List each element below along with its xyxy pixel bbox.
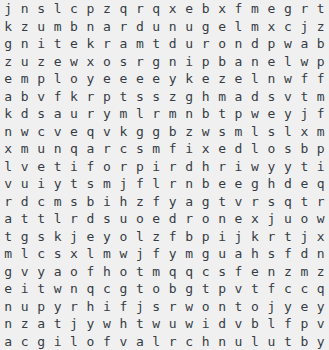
grid-cell[interactable]: f xyxy=(82,263,98,281)
grid-cell[interactable]: o xyxy=(263,140,279,158)
grid-cell[interactable]: y xyxy=(49,175,65,193)
grid-cell[interactable]: b xyxy=(197,0,213,18)
grid-cell[interactable]: c xyxy=(197,263,213,281)
grid-cell[interactable]: u xyxy=(230,333,246,350)
grid-cell[interactable]: t xyxy=(115,88,131,106)
grid-cell[interactable]: g xyxy=(247,175,263,193)
grid-cell[interactable]: s xyxy=(99,210,115,228)
grid-cell[interactable]: p xyxy=(313,53,329,71)
grid-cell[interactable]: f xyxy=(296,70,312,88)
grid-cell[interactable]: m xyxy=(99,245,115,263)
grid-cell[interactable]: y xyxy=(313,298,329,316)
grid-cell[interactable]: e xyxy=(230,210,246,228)
grid-cell[interactable]: p xyxy=(214,280,230,298)
grid-cell[interactable]: i xyxy=(197,315,213,333)
grid-cell[interactable]: e xyxy=(230,175,246,193)
grid-cell[interactable]: s xyxy=(280,140,296,158)
grid-cell[interactable]: t xyxy=(0,228,16,246)
grid-cell[interactable]: q xyxy=(82,280,98,298)
grid-cell[interactable]: e xyxy=(148,70,164,88)
grid-cell[interactable]: v xyxy=(33,88,49,106)
grid-cell[interactable]: x xyxy=(263,18,279,36)
grid-cell[interactable]: o xyxy=(66,70,82,88)
grid-cell[interactable]: e xyxy=(263,105,279,123)
grid-cell[interactable]: f xyxy=(313,70,329,88)
grid-cell[interactable]: o xyxy=(296,210,312,228)
grid-cell[interactable]: h xyxy=(197,333,213,350)
grid-cell[interactable]: a xyxy=(0,88,16,106)
grid-cell[interactable]: e xyxy=(148,210,164,228)
grid-cell[interactable]: k xyxy=(247,228,263,246)
grid-cell[interactable]: a xyxy=(0,210,16,228)
grid-cell[interactable]: e xyxy=(214,140,230,158)
grid-cell[interactable]: v xyxy=(280,88,296,106)
grid-cell[interactable]: o xyxy=(148,280,164,298)
grid-cell[interactable]: o xyxy=(132,210,148,228)
grid-cell[interactable]: r xyxy=(99,35,115,53)
grid-cell[interactable]: r xyxy=(115,158,131,176)
grid-cell[interactable]: r xyxy=(296,0,312,18)
grid-cell[interactable]: a xyxy=(296,35,312,53)
grid-cell[interactable]: o xyxy=(197,210,213,228)
grid-cell[interactable]: q xyxy=(313,175,329,193)
grid-cell[interactable]: i xyxy=(16,280,32,298)
grid-cell[interactable]: i xyxy=(66,158,82,176)
grid-cell[interactable]: z xyxy=(33,53,49,71)
grid-cell[interactable]: y xyxy=(280,105,296,123)
grid-cell[interactable]: c xyxy=(99,280,115,298)
grid-cell[interactable]: s xyxy=(148,88,164,106)
grid-cell[interactable]: r xyxy=(82,88,98,106)
grid-cell[interactable]: b xyxy=(296,333,312,350)
grid-cell[interactable]: k xyxy=(82,35,98,53)
grid-cell[interactable]: f xyxy=(230,263,246,281)
grid-cell[interactable]: m xyxy=(181,245,197,263)
grid-cell[interactable]: q xyxy=(313,280,329,298)
grid-cell[interactable]: h xyxy=(99,263,115,281)
grid-cell[interactable]: v xyxy=(99,123,115,141)
grid-cell[interactable]: u xyxy=(33,140,49,158)
grid-cell[interactable]: r xyxy=(82,105,98,123)
grid-cell[interactable]: j xyxy=(263,210,279,228)
grid-cell[interactable]: g xyxy=(16,228,32,246)
grid-cell[interactable]: d xyxy=(82,210,98,228)
grid-cell[interactable]: z xyxy=(16,18,32,36)
grid-cell[interactable]: f xyxy=(132,175,148,193)
grid-cell[interactable]: r xyxy=(66,298,82,316)
grid-cell[interactable]: x xyxy=(313,228,329,246)
grid-cell[interactable]: m xyxy=(16,70,32,88)
grid-cell[interactable]: t xyxy=(49,315,65,333)
grid-cell[interactable]: o xyxy=(115,228,131,246)
grid-cell[interactable]: f xyxy=(230,0,246,18)
grid-cell[interactable]: t xyxy=(16,210,32,228)
grid-cell[interactable]: q xyxy=(82,123,98,141)
grid-cell[interactable]: d xyxy=(165,35,181,53)
grid-cell[interactable]: m xyxy=(313,123,329,141)
grid-cell[interactable]: r xyxy=(115,18,131,36)
grid-cell[interactable]: h xyxy=(247,245,263,263)
grid-cell[interactable]: v xyxy=(230,193,246,211)
grid-cell[interactable]: o xyxy=(197,298,213,316)
grid-cell[interactable]: y xyxy=(165,70,181,88)
grid-cell[interactable]: w xyxy=(247,105,263,123)
grid-cell[interactable]: r xyxy=(197,35,213,53)
grid-cell[interactable]: y xyxy=(263,158,279,176)
grid-cell[interactable]: g xyxy=(148,123,164,141)
grid-cell[interactable]: d xyxy=(132,18,148,36)
grid-cell[interactable]: u xyxy=(280,210,296,228)
grid-cell[interactable]: h xyxy=(115,193,131,211)
grid-cell[interactable]: e xyxy=(263,0,279,18)
grid-cell[interactable]: d xyxy=(296,245,312,263)
grid-cell[interactable]: o xyxy=(214,35,230,53)
grid-cell[interactable]: t xyxy=(280,333,296,350)
grid-cell[interactable]: n xyxy=(0,123,16,141)
grid-cell[interactable]: m xyxy=(0,245,16,263)
grid-cell[interactable]: r xyxy=(99,140,115,158)
grid-cell[interactable]: p xyxy=(197,53,213,71)
grid-cell[interactable]: j xyxy=(263,298,279,316)
grid-cell[interactable]: r xyxy=(263,228,279,246)
grid-cell[interactable]: f xyxy=(263,280,279,298)
grid-cell[interactable]: c xyxy=(66,0,82,18)
grid-cell[interactable]: w xyxy=(313,210,329,228)
grid-cell[interactable]: s xyxy=(132,140,148,158)
grid-cell[interactable]: a xyxy=(49,263,65,281)
grid-cell[interactable]: t xyxy=(197,280,213,298)
grid-cell[interactable]: i xyxy=(181,53,197,71)
grid-cell[interactable]: e xyxy=(49,53,65,71)
grid-cell[interactable]: m xyxy=(49,18,65,36)
grid-cell[interactable]: r xyxy=(247,193,263,211)
grid-cell[interactable]: t xyxy=(49,35,65,53)
grid-cell[interactable]: t xyxy=(49,158,65,176)
grid-cell[interactable]: e xyxy=(115,70,131,88)
grid-cell[interactable]: a xyxy=(33,315,49,333)
grid-cell[interactable]: y xyxy=(165,193,181,211)
grid-cell[interactable]: e xyxy=(230,70,246,88)
grid-cell[interactable]: h xyxy=(263,175,279,193)
grid-cell[interactable]: h xyxy=(115,315,131,333)
grid-cell[interactable]: n xyxy=(0,315,16,333)
grid-cell[interactable]: d xyxy=(16,193,32,211)
grid-cell[interactable]: h xyxy=(82,298,98,316)
grid-cell[interactable]: s xyxy=(214,263,230,281)
grid-cell[interactable]: b xyxy=(82,193,98,211)
grid-cell[interactable]: h xyxy=(197,158,213,176)
grid-cell[interactable]: f xyxy=(165,140,181,158)
grid-cell[interactable]: n xyxy=(263,70,279,88)
grid-cell[interactable]: o xyxy=(115,263,131,281)
grid-cell[interactable]: r xyxy=(66,210,82,228)
grid-cell[interactable]: r xyxy=(132,0,148,18)
grid-cell[interactable]: m xyxy=(214,88,230,106)
grid-cell[interactable]: l xyxy=(16,245,32,263)
grid-cell[interactable]: g xyxy=(197,245,213,263)
grid-cell[interactable]: v xyxy=(16,158,32,176)
grid-cell[interactable]: m xyxy=(148,263,164,281)
grid-cell[interactable]: c xyxy=(296,280,312,298)
grid-cell[interactable]: s xyxy=(115,53,131,71)
grid-cell[interactable]: n xyxy=(214,298,230,316)
grid-cell[interactable]: u xyxy=(181,35,197,53)
grid-cell[interactable]: e xyxy=(82,228,98,246)
grid-cell[interactable]: o xyxy=(82,333,98,350)
grid-cell[interactable]: t xyxy=(33,280,49,298)
grid-cell[interactable]: m xyxy=(148,140,164,158)
grid-cell[interactable]: b xyxy=(214,53,230,71)
grid-cell[interactable]: z xyxy=(313,263,329,281)
grid-cell[interactable]: n xyxy=(313,245,329,263)
grid-cell[interactable]: u xyxy=(115,210,131,228)
grid-cell[interactable]: p xyxy=(296,315,312,333)
grid-cell[interactable]: n xyxy=(247,53,263,71)
grid-cell[interactable]: c xyxy=(33,245,49,263)
grid-cell[interactable]: p xyxy=(313,140,329,158)
grid-cell[interactable]: u xyxy=(16,175,32,193)
grid-cell[interactable]: l xyxy=(0,158,16,176)
grid-cell[interactable]: n xyxy=(16,35,32,53)
grid-cell[interactable]: z xyxy=(148,228,164,246)
grid-cell[interactable]: o xyxy=(99,158,115,176)
grid-cell[interactable]: m xyxy=(49,193,65,211)
grid-cell[interactable]: n xyxy=(181,175,197,193)
grid-cell[interactable]: h xyxy=(197,88,213,106)
grid-cell[interactable]: y xyxy=(82,70,98,88)
grid-cell[interactable]: t xyxy=(132,280,148,298)
grid-cell[interactable]: a xyxy=(181,193,197,211)
grid-cell[interactable]: e xyxy=(66,35,82,53)
grid-cell[interactable]: u xyxy=(16,53,32,71)
grid-cell[interactable]: n xyxy=(0,298,16,316)
grid-cell[interactable]: x xyxy=(247,210,263,228)
grid-cell[interactable]: u xyxy=(165,315,181,333)
grid-cell[interactable]: e xyxy=(181,0,197,18)
grid-cell[interactable]: d xyxy=(165,210,181,228)
grid-cell[interactable]: r xyxy=(132,53,148,71)
grid-cell[interactable]: t xyxy=(132,263,148,281)
grid-cell[interactable]: n xyxy=(230,35,246,53)
grid-cell[interactable]: e xyxy=(132,70,148,88)
grid-cell[interactable]: g xyxy=(115,280,131,298)
grid-cell[interactable]: l xyxy=(132,228,148,246)
grid-cell[interactable]: a xyxy=(132,333,148,350)
grid-cell[interactable]: v xyxy=(0,175,16,193)
grid-cell[interactable]: d xyxy=(214,315,230,333)
grid-cell[interactable]: u xyxy=(263,333,279,350)
grid-cell[interactable]: w xyxy=(99,315,115,333)
grid-cell[interactable]: l xyxy=(263,315,279,333)
grid-cell[interactable]: z xyxy=(132,193,148,211)
grid-cell[interactable]: o xyxy=(99,53,115,71)
grid-cell[interactable]: i xyxy=(181,140,197,158)
grid-cell[interactable]: l xyxy=(49,0,65,18)
grid-cell[interactable]: b xyxy=(247,315,263,333)
grid-cell[interactable]: g xyxy=(197,18,213,36)
grid-cell[interactable]: j xyxy=(132,245,148,263)
grid-cell[interactable]: e xyxy=(263,53,279,71)
grid-cell[interactable]: n xyxy=(82,18,98,36)
grid-cell[interactable]: q xyxy=(66,140,82,158)
grid-cell[interactable]: z xyxy=(181,123,197,141)
grid-cell[interactable]: g xyxy=(0,263,16,281)
grid-cell[interactable]: i xyxy=(313,158,329,176)
grid-cell[interactable]: l xyxy=(247,140,263,158)
grid-cell[interactable]: f xyxy=(313,105,329,123)
grid-cell[interactable]: b xyxy=(16,88,32,106)
grid-cell[interactable]: i xyxy=(49,333,65,350)
grid-cell[interactable]: u xyxy=(16,298,32,316)
grid-cell[interactable]: b xyxy=(197,175,213,193)
grid-cell[interactable]: v xyxy=(16,263,32,281)
grid-cell[interactable]: x xyxy=(214,0,230,18)
grid-cell[interactable]: k xyxy=(0,105,16,123)
grid-cell[interactable]: r xyxy=(165,333,181,350)
grid-cell[interactable]: f xyxy=(49,88,65,106)
grid-cell[interactable]: r xyxy=(214,158,230,176)
grid-cell[interactable]: a xyxy=(230,88,246,106)
grid-cell[interactable]: i xyxy=(214,228,230,246)
grid-cell[interactable]: s xyxy=(148,298,164,316)
grid-cell[interactable]: l xyxy=(230,18,246,36)
grid-cell[interactable]: t xyxy=(247,280,263,298)
grid-cell[interactable]: w xyxy=(280,70,296,88)
grid-cell[interactable]: b xyxy=(165,123,181,141)
grid-cell[interactable]: z xyxy=(214,70,230,88)
grid-cell[interactable]: t xyxy=(230,298,246,316)
grid-cell[interactable]: j xyxy=(296,105,312,123)
grid-cell[interactable]: l xyxy=(132,105,148,123)
grid-cell[interactable]: e xyxy=(0,70,16,88)
grid-cell[interactable]: f xyxy=(115,298,131,316)
grid-cell[interactable]: e xyxy=(197,70,213,88)
grid-cell[interactable]: b xyxy=(66,18,82,36)
grid-cell[interactable]: t xyxy=(296,193,312,211)
grid-cell[interactable]: d xyxy=(247,35,263,53)
grid-cell[interactable]: s xyxy=(33,105,49,123)
grid-cell[interactable]: w xyxy=(181,298,197,316)
grid-cell[interactable]: t xyxy=(132,315,148,333)
grid-cell[interactable]: t xyxy=(214,193,230,211)
grid-cell[interactable]: c xyxy=(280,280,296,298)
grid-cell[interactable]: j xyxy=(296,18,312,36)
grid-cell[interactable]: k xyxy=(115,123,131,141)
grid-cell[interactable]: c xyxy=(280,18,296,36)
grid-cell[interactable]: m xyxy=(99,175,115,193)
grid-cell[interactable]: x xyxy=(296,123,312,141)
grid-cell[interactable]: s xyxy=(263,88,279,106)
grid-cell[interactable]: f xyxy=(82,158,98,176)
grid-cell[interactable]: x xyxy=(0,140,16,158)
grid-cell[interactable]: y xyxy=(49,298,65,316)
grid-cell[interactable]: l xyxy=(148,333,164,350)
grid-cell[interactable]: k xyxy=(0,18,16,36)
grid-cell[interactable]: r xyxy=(313,193,329,211)
grid-cell[interactable]: j xyxy=(66,228,82,246)
grid-cell[interactable]: n xyxy=(165,53,181,71)
grid-cell[interactable]: a xyxy=(230,53,246,71)
grid-cell[interactable]: s xyxy=(33,0,49,18)
grid-cell[interactable]: a xyxy=(230,245,246,263)
grid-cell[interactable]: s xyxy=(263,123,279,141)
grid-cell[interactable]: z xyxy=(16,315,32,333)
grid-cell[interactable]: x xyxy=(197,140,213,158)
grid-cell[interactable]: c xyxy=(33,193,49,211)
grid-cell[interactable]: w xyxy=(280,35,296,53)
grid-cell[interactable]: d xyxy=(280,175,296,193)
grid-cell[interactable]: j xyxy=(132,298,148,316)
grid-cell[interactable]: d xyxy=(230,140,246,158)
grid-cell[interactable]: r xyxy=(165,158,181,176)
grid-cell[interactable]: s xyxy=(82,175,98,193)
grid-cell[interactable]: i xyxy=(99,298,115,316)
grid-cell[interactable]: q xyxy=(181,263,197,281)
grid-cell[interactable]: t xyxy=(313,0,329,18)
grid-cell[interactable]: n xyxy=(214,210,230,228)
grid-cell[interactable]: j xyxy=(0,0,16,18)
grid-cell[interactable]: i xyxy=(230,158,246,176)
grid-cell[interactable]: l xyxy=(82,245,98,263)
grid-cell[interactable]: g xyxy=(197,193,213,211)
grid-cell[interactable]: b xyxy=(296,140,312,158)
grid-cell[interactable]: z xyxy=(99,0,115,18)
grid-cell[interactable]: m xyxy=(247,0,263,18)
grid-cell[interactable]: l xyxy=(247,123,263,141)
grid-cell[interactable]: q xyxy=(148,0,164,18)
grid-cell[interactable]: w xyxy=(49,280,65,298)
grid-cell[interactable]: z xyxy=(165,88,181,106)
grid-cell[interactable]: p xyxy=(263,35,279,53)
grid-cell[interactable]: r xyxy=(181,210,197,228)
grid-cell[interactable]: w xyxy=(115,245,131,263)
grid-cell[interactable]: c xyxy=(33,123,49,141)
grid-cell[interactable]: l xyxy=(66,333,82,350)
grid-cell[interactable]: g xyxy=(0,35,16,53)
grid-cell[interactable]: p xyxy=(197,228,213,246)
grid-cell[interactable]: z xyxy=(313,18,329,36)
grid-cell[interactable]: y xyxy=(33,263,49,281)
grid-cell[interactable]: y xyxy=(313,333,329,350)
grid-cell[interactable]: d xyxy=(181,158,197,176)
grid-cell[interactable]: q xyxy=(165,263,181,281)
grid-cell[interactable]: o xyxy=(66,263,82,281)
grid-cell[interactable]: y xyxy=(280,298,296,316)
grid-cell[interactable]: c xyxy=(181,333,197,350)
grid-cell[interactable]: p xyxy=(132,158,148,176)
grid-cell[interactable]: j xyxy=(66,315,82,333)
grid-cell[interactable]: d xyxy=(247,88,263,106)
grid-cell[interactable]: e xyxy=(247,263,263,281)
grid-cell[interactable]: l xyxy=(247,333,263,350)
grid-cell[interactable]: w xyxy=(197,123,213,141)
grid-cell[interactable]: u xyxy=(33,18,49,36)
grid-cell[interactable]: a xyxy=(49,105,65,123)
grid-cell[interactable]: t xyxy=(296,158,312,176)
grid-cell[interactable]: v xyxy=(49,123,65,141)
grid-cell[interactable]: n xyxy=(181,105,197,123)
grid-cell[interactable]: f xyxy=(148,245,164,263)
grid-cell[interactable]: r xyxy=(0,193,16,211)
grid-cell[interactable]: t xyxy=(66,175,82,193)
grid-cell[interactable]: s xyxy=(66,193,82,211)
grid-cell[interactable]: w xyxy=(296,53,312,71)
grid-cell[interactable]: n xyxy=(263,263,279,281)
grid-cell[interactable]: l xyxy=(49,70,65,88)
grid-cell[interactable]: a xyxy=(82,140,98,158)
grid-cell[interactable]: b xyxy=(165,280,181,298)
grid-cell[interactable]: s xyxy=(263,245,279,263)
